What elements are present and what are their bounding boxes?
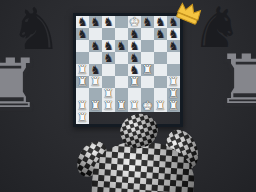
piece-n: ♞ xyxy=(155,28,166,40)
square-d4[interactable] xyxy=(115,64,128,76)
square-d8[interactable] xyxy=(115,16,128,28)
piece-n: ♞ xyxy=(77,28,88,40)
chess-board: ♞♞♞♚♞♞♞♞♞♞♞♞♞♞♞♞♞♞♜♞♞♜♜♜♜♜♜♜♜♜♜♜♜♚♜♜♜ xyxy=(73,13,183,127)
square-g3[interactable] xyxy=(154,76,167,88)
piece-R: ♜ xyxy=(103,100,114,112)
piece-n: ♞ xyxy=(103,52,114,64)
piece-R: ♜ xyxy=(77,112,88,124)
square-e1[interactable]: ♚ xyxy=(141,100,154,112)
square-h1[interactable]: ♜ xyxy=(76,112,89,124)
square-d3[interactable] xyxy=(115,76,128,88)
square-h6[interactable]: ♞ xyxy=(167,40,180,52)
piece-R: ♜ xyxy=(90,76,101,88)
piece-R: ♜ xyxy=(77,76,88,88)
piece-n: ♞ xyxy=(90,40,101,52)
square-h5[interactable] xyxy=(167,52,180,64)
square-c4[interactable] xyxy=(102,64,115,76)
video-frame: ♞ ♞ ♜ ♜ ♞♞♞♚♞♞♞♞♞♞♞♞♞♞♞♞♞♞♜♞♞♜♜♜♜♜♜♜♜♜♜♜… xyxy=(0,0,256,192)
square-d1[interactable]: ♜ xyxy=(128,100,141,112)
square-g1[interactable]: ♜ xyxy=(167,100,180,112)
square-f7[interactable] xyxy=(141,28,154,40)
square-b6[interactable]: ♞ xyxy=(89,40,102,52)
background-rook-left-icon: ♜ xyxy=(0,50,41,118)
square-d5[interactable] xyxy=(115,52,128,64)
piece-K: ♚ xyxy=(142,100,153,112)
square-f3[interactable] xyxy=(141,76,154,88)
piece-n: ♞ xyxy=(142,16,153,28)
square-b1[interactable]: ♜ xyxy=(102,100,115,112)
square-f1[interactable]: ♜ xyxy=(154,100,167,112)
square-g5[interactable] xyxy=(154,52,167,64)
square-f4[interactable]: ♜ xyxy=(141,64,154,76)
square-e3[interactable]: ♜ xyxy=(128,76,141,88)
piece-R: ♜ xyxy=(142,64,153,76)
piece-R: ♜ xyxy=(129,100,140,112)
piece-n: ♞ xyxy=(103,16,114,28)
piece-R: ♜ xyxy=(168,100,179,112)
square-a7[interactable]: ♞ xyxy=(76,28,89,40)
piece-n: ♞ xyxy=(168,40,179,52)
square-c5[interactable]: ♞ xyxy=(102,52,115,64)
square-b8[interactable]: ♞ xyxy=(89,16,102,28)
piece-n: ♞ xyxy=(116,40,127,52)
square-d6[interactable]: ♞ xyxy=(115,40,128,52)
piece-R: ♜ xyxy=(90,100,101,112)
piece-R: ♜ xyxy=(129,76,140,88)
square-f6[interactable] xyxy=(141,40,154,52)
square-g6[interactable] xyxy=(154,40,167,52)
square-a3[interactable]: ♜ xyxy=(76,76,89,88)
square-a1[interactable]: ♜ xyxy=(89,100,102,112)
background-rook-right-icon: ♜ xyxy=(216,46,256,114)
square-a6[interactable] xyxy=(76,40,89,52)
square-g7[interactable]: ♞ xyxy=(154,28,167,40)
square-b3[interactable]: ♜ xyxy=(89,76,102,88)
square-c8[interactable]: ♞ xyxy=(102,16,115,28)
piece-n: ♞ xyxy=(90,16,101,28)
square-f8[interactable]: ♞ xyxy=(141,16,154,28)
piece-R: ♜ xyxy=(155,100,166,112)
square-g4[interactable] xyxy=(154,64,167,76)
square-c1[interactable]: ♜ xyxy=(115,100,128,112)
piece-R: ♜ xyxy=(116,100,127,112)
